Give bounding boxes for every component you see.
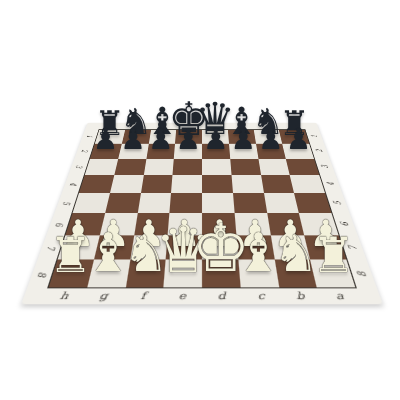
square-g1[interactable] <box>122 130 151 144</box>
square-f6[interactable] <box>134 213 170 235</box>
square-h5[interactable] <box>73 193 110 213</box>
file-label: e <box>162 288 202 304</box>
square-e3[interactable] <box>173 159 202 175</box>
square-f1[interactable] <box>148 130 176 144</box>
square-g4[interactable] <box>110 175 144 193</box>
square-g3[interactable] <box>114 159 146 175</box>
square-b4[interactable] <box>261 175 295 193</box>
square-b2[interactable] <box>256 144 286 159</box>
square-g7[interactable] <box>94 235 134 260</box>
square-h2[interactable] <box>90 144 122 159</box>
square-c2[interactable] <box>229 144 258 159</box>
square-h1[interactable] <box>95 130 125 144</box>
square-a2[interactable] <box>282 144 314 159</box>
square-e7[interactable] <box>166 235 202 260</box>
square-e2[interactable] <box>174 144 202 159</box>
file-label: a <box>318 288 362 304</box>
square-e8[interactable] <box>164 260 202 288</box>
file-label: b <box>279 288 322 304</box>
square-g6[interactable] <box>100 213 138 235</box>
file-label: h <box>42 288 86 304</box>
square-h6[interactable] <box>65 213 104 235</box>
file-label: d <box>202 288 242 304</box>
square-f8[interactable] <box>125 260 166 288</box>
square-d3[interactable] <box>202 159 231 175</box>
square-d6[interactable] <box>202 213 236 235</box>
square-h7[interactable] <box>58 235 100 260</box>
square-c3[interactable] <box>230 159 261 175</box>
square-e1[interactable] <box>175 130 202 144</box>
square-d2[interactable] <box>202 144 230 159</box>
square-d5[interactable] <box>202 193 234 213</box>
square-h3[interactable] <box>85 159 118 175</box>
chess-set-photo: hgfedcba 12345678 12345678 ♜♞♝♚♛♝♞♜♟♟♟♟♟… <box>0 0 400 400</box>
square-g2[interactable] <box>118 144 148 159</box>
square-g8[interactable] <box>87 260 130 288</box>
square-a5[interactable] <box>294 193 331 213</box>
square-b3[interactable] <box>258 159 290 175</box>
board-mat: hgfedcba 12345678 12345678 <box>21 123 382 305</box>
file-labels: hgfedcba <box>42 288 362 304</box>
file-label: c <box>241 288 282 304</box>
square-c4[interactable] <box>231 175 263 193</box>
square-c1[interactable] <box>228 130 256 144</box>
square-c7[interactable] <box>236 235 274 260</box>
square-d1[interactable] <box>202 130 229 144</box>
square-f3[interactable] <box>143 159 174 175</box>
square-c6[interactable] <box>234 213 270 235</box>
square-c8[interactable] <box>238 260 279 288</box>
file-label: f <box>122 288 163 304</box>
square-e6[interactable] <box>168 213 202 235</box>
square-d8[interactable] <box>202 260 240 288</box>
file-label: g <box>82 288 125 304</box>
square-g5[interactable] <box>105 193 141 213</box>
square-b6[interactable] <box>267 213 305 235</box>
square-f7[interactable] <box>130 235 168 260</box>
square-d4[interactable] <box>202 175 233 193</box>
square-e5[interactable] <box>170 193 202 213</box>
square-a3[interactable] <box>286 159 319 175</box>
square-a1[interactable] <box>279 130 309 144</box>
square-b5[interactable] <box>264 193 300 213</box>
square-f5[interactable] <box>137 193 171 213</box>
square-a4[interactable] <box>290 175 325 193</box>
square-c5[interactable] <box>233 193 267 213</box>
square-d7[interactable] <box>202 235 238 260</box>
square-b1[interactable] <box>253 130 282 144</box>
square-e4[interactable] <box>171 175 202 193</box>
square-f2[interactable] <box>146 144 175 159</box>
square-f4[interactable] <box>141 175 173 193</box>
chess-board <box>47 129 357 288</box>
square-h4[interactable] <box>79 175 114 193</box>
